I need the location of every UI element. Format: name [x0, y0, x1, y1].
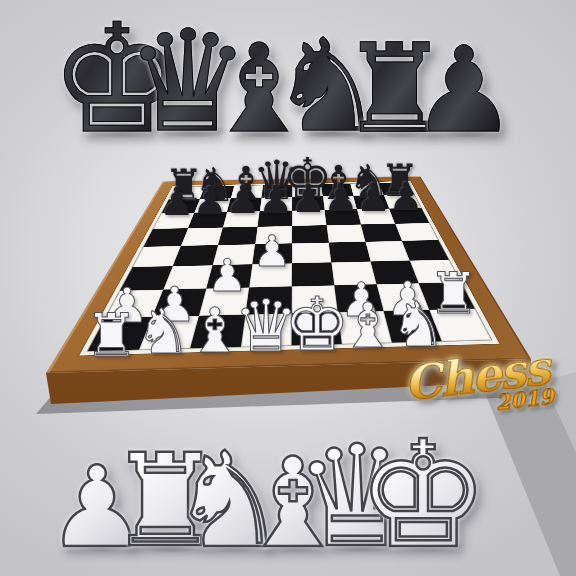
square-e4[interactable]: [292, 243, 331, 264]
square-f5[interactable]: [327, 224, 366, 242]
piece-black-pawn-h7[interactable]: ♟: [388, 177, 423, 216]
piece-black-pawn-a7[interactable]: ♟: [160, 182, 195, 221]
app-icon: ♚♛♝♞♜♟ ♜♞♝♛♚♝♞♜♟♟♟♟♟♟♟♟♟♟♟♟♟♟♜♜♞♝♛♚♝♞ Ch…: [0, 0, 576, 576]
square-h5[interactable]: [395, 223, 438, 241]
piece-black-pawn-c7[interactable]: ♟: [226, 181, 261, 220]
piece-white-knight-g1[interactable]: ♞: [390, 294, 446, 356]
piece-black-pawn-f7[interactable]: ♟: [324, 179, 359, 218]
decor-white-king: ♚: [357, 421, 490, 569]
decor-black-pawn: ♟: [411, 31, 517, 149]
piece-white-pawn-d4[interactable]: ♟: [253, 230, 292, 273]
square-e5[interactable]: [292, 225, 329, 243]
piece-white-rook-a1[interactable]: ♜: [85, 304, 139, 364]
piece-white-bishop-f1[interactable]: ♝: [340, 295, 396, 357]
square-c5[interactable]: [218, 227, 257, 245]
piece-black-pawn-b7[interactable]: ♟: [193, 181, 228, 220]
piece-black-pawn-d7[interactable]: ♟: [258, 180, 293, 219]
piece-white-knight-b1[interactable]: ♞: [135, 301, 191, 363]
square-h4[interactable]: [402, 240, 449, 260]
piece-black-pawn-e7[interactable]: ♟: [291, 179, 326, 218]
square-f4[interactable]: [329, 242, 371, 263]
square-b5[interactable]: [181, 227, 223, 245]
piece-black-pawn-g7[interactable]: ♟: [356, 178, 391, 217]
